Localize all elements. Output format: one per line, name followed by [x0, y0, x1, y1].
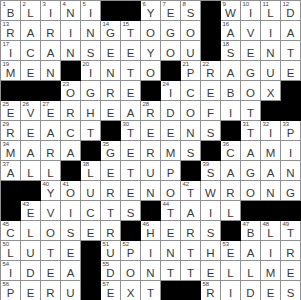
cell-letter: N — [281, 167, 300, 179]
cell-letter: O — [61, 87, 80, 99]
grid-cell-r12c13[interactable]: 47B — [241, 221, 261, 241]
grid-cell-r9c14[interactable]: A — [261, 161, 281, 181]
grid-cell-r3c9[interactable]: O — [161, 41, 181, 61]
grid-cell-r14c3[interactable]: E — [41, 261, 61, 281]
grid-cell-r1c5[interactable]: 5I — [81, 1, 101, 21]
grid-cell-r10c14[interactable]: N — [261, 181, 281, 201]
grid-cell-r7c14[interactable]: 32I — [261, 121, 281, 141]
grid-cell-r6c10[interactable]: O — [181, 101, 201, 121]
cell-letter: E — [121, 147, 140, 159]
grid-cell-r5c12[interactable]: B — [221, 81, 241, 101]
grid-cell-r4c2[interactable]: E — [21, 61, 41, 81]
cell-letter: N — [161, 247, 180, 259]
grid-cell-r1c14[interactable]: 11L — [261, 1, 281, 21]
black-square-r10c1 — [1, 181, 21, 201]
grid-cell-r7c11[interactable]: S — [201, 121, 221, 141]
grid-cell-r10c9[interactable]: O — [161, 181, 181, 201]
grid-cell-r6c9[interactable]: D — [161, 101, 181, 121]
grid-cell-r5c6[interactable]: R — [101, 81, 121, 101]
grid-cell-r9c7[interactable]: T — [121, 161, 141, 181]
grid-cell-r7c4[interactable]: C — [61, 121, 81, 141]
cell-letter: O — [181, 27, 200, 39]
grid-cell-r15c11[interactable]: 58R — [201, 281, 221, 300]
grid-cell-r1c4[interactable]: 4N — [61, 1, 81, 21]
black-square-r14c5 — [81, 261, 101, 281]
grid-cell-r5c5[interactable]: G — [81, 81, 101, 101]
cell-letter: R — [141, 147, 160, 159]
grid-cell-r8c9[interactable]: M — [161, 141, 181, 161]
grid-cell-r10c7[interactable]: E — [121, 181, 141, 201]
grid-cell-r10c12[interactable]: R — [221, 181, 241, 201]
grid-cell-r2c13[interactable]: V — [241, 21, 261, 41]
cell-letter: O — [121, 267, 140, 279]
grid-cell-r11c12[interactable]: L — [221, 201, 241, 221]
grid-cell-r5c4[interactable]: 23O — [61, 81, 81, 101]
grid-cell-r11c6[interactable]: T — [101, 201, 121, 221]
grid-cell-r10c13[interactable]: O — [241, 181, 261, 201]
cell-letter: Y — [41, 187, 60, 199]
grid-cell-r4c5[interactable]: 20I — [81, 61, 101, 81]
grid-cell-r15c7[interactable]: X — [121, 281, 141, 300]
grid-cell-r9c13[interactable]: G — [241, 161, 261, 181]
grid-cell-r8c7[interactable]: E — [121, 141, 141, 161]
grid-cell-r7c5[interactable]: T — [81, 121, 101, 141]
grid-cell-r8c1[interactable]: 34M — [1, 141, 21, 161]
cell-letter: A — [1, 167, 20, 179]
grid-cell-r12c8[interactable]: 46H — [141, 221, 161, 241]
grid-cell-r1c10[interactable]: 8S — [181, 1, 201, 21]
grid-cell-r1c13[interactable]: 10I — [241, 1, 261, 21]
grid-cell-r7c2[interactable]: E — [21, 121, 41, 141]
cell-letter: L — [261, 227, 280, 239]
black-square-r5c8 — [141, 81, 161, 101]
grid-cell-r10c5[interactable]: U — [81, 181, 101, 201]
grid-cell-r8c14[interactable]: M — [261, 141, 281, 161]
grid-cell-r8c10[interactable]: S — [181, 141, 201, 161]
grid-cell-r10c6[interactable]: R — [101, 181, 121, 201]
cell-letter: B — [241, 227, 260, 239]
grid-cell-r5c13[interactable]: O — [241, 81, 261, 101]
grid-cell-r12c14[interactable]: 48L — [261, 221, 281, 241]
cell-letter: S — [201, 227, 220, 239]
cell-letter: E — [221, 247, 240, 259]
cell-letter: E — [41, 267, 60, 279]
black-square-r15c10 — [181, 281, 201, 300]
grid-cell-r7c7[interactable]: 30T — [121, 121, 141, 141]
grid-cell-r13c8[interactable]: I — [141, 241, 161, 261]
grid-cell-r10c8[interactable]: N — [141, 181, 161, 201]
cell-letter: T — [81, 127, 100, 139]
cell-letter: I — [261, 127, 280, 139]
grid-cell-r1c9[interactable]: 7E — [161, 1, 181, 21]
grid-cell-r12c1[interactable]: 45C — [1, 221, 21, 241]
grid-cell-r11c9[interactable]: 44T — [161, 201, 181, 221]
grid-cell-r14c8[interactable]: N — [141, 261, 161, 281]
cell-letter: U — [61, 287, 80, 299]
grid-cell-r2c7[interactable]: 15T — [121, 21, 141, 41]
cell-letter: T — [121, 127, 140, 139]
cell-letter: S — [181, 7, 200, 19]
grid-cell-r13c15[interactable]: R — [281, 241, 301, 261]
grid-cell-r2c2[interactable]: A — [21, 21, 41, 41]
black-square-r8c5 — [81, 141, 101, 161]
grid-cell-r4c10[interactable]: 21P — [181, 61, 201, 81]
black-square-r5c3 — [41, 81, 61, 101]
grid-cell-r13c7[interactable]: 52P — [121, 241, 141, 261]
grid-cell-r15c6[interactable]: 57E — [101, 281, 121, 300]
grid-cell-r12c15[interactable]: 49T — [281, 221, 301, 241]
grid-cell-r13c10[interactable]: T — [181, 241, 201, 261]
grid-cell-r12c6[interactable]: R — [101, 221, 121, 241]
grid-cell-r3c6[interactable]: E — [101, 41, 121, 61]
grid-cell-r14c10[interactable]: T — [181, 261, 201, 281]
cell-letter: N — [61, 47, 80, 59]
grid-cell-r6c2[interactable]: 26V — [21, 101, 41, 121]
grid-cell-r4c12[interactable]: A — [221, 61, 241, 81]
grid-cell-r9c11[interactable]: 39S — [201, 161, 221, 181]
grid-cell-r5c10[interactable]: C — [181, 81, 201, 101]
grid-cell-r14c2[interactable]: D — [21, 261, 41, 281]
grid-cell-r8c4[interactable]: A — [61, 141, 81, 161]
grid-cell-r14c6[interactable]: 55D — [101, 261, 121, 281]
black-square-r12c7 — [121, 221, 141, 241]
grid-cell-r11c2[interactable]: 43E — [21, 201, 41, 221]
cell-letter: E — [201, 87, 220, 99]
grid-cell-r15c13[interactable]: D — [241, 281, 261, 300]
grid-cell-r12c4[interactable]: S — [61, 221, 81, 241]
cell-letter: N — [261, 187, 280, 199]
cell-letter: N — [261, 47, 280, 59]
grid-cell-r2c3[interactable]: R — [41, 21, 61, 41]
grid-cell-r4c11[interactable]: 22R — [201, 61, 221, 81]
grid-cell-r2c6[interactable]: 14G — [101, 21, 121, 41]
cell-letter: U — [81, 187, 100, 199]
cell-letter: G — [81, 87, 100, 99]
black-square-r8c11 — [201, 141, 221, 161]
grid-cell-r12c9[interactable]: E — [161, 221, 181, 241]
grid-cell-r6c1[interactable]: 25E — [1, 101, 21, 121]
cell-letter: T — [281, 47, 300, 59]
grid-cell-r13c13[interactable]: A — [241, 241, 261, 261]
grid-cell-r7c1[interactable]: 29R — [1, 121, 21, 141]
cell-letter: E — [161, 227, 180, 239]
cell-letter: T — [141, 287, 160, 299]
cell-letter: F — [201, 107, 220, 119]
cell-letter: I — [221, 287, 240, 299]
grid-cell-r11c10[interactable]: A — [181, 201, 201, 221]
grid-cell-r1c8[interactable]: 6Y — [141, 1, 161, 21]
grid-cell-r10c11[interactable]: W — [201, 181, 221, 201]
cell-letter: E — [41, 107, 60, 119]
grid-cell-r6c6[interactable]: E — [101, 101, 121, 121]
grid-cell-r13c1[interactable]: 50L — [1, 241, 21, 261]
cell-letter: E — [161, 127, 180, 139]
grid-cell-r14c4[interactable]: A — [61, 261, 81, 281]
grid-cell-r8c8[interactable]: R — [141, 141, 161, 161]
cell-letter: P — [121, 247, 140, 259]
cell-letter: O — [141, 27, 160, 39]
grid-cell-r13c12[interactable]: 53E — [221, 241, 241, 261]
black-square-r5c2 — [21, 81, 41, 101]
grid-cell-r15c1[interactable]: 56P — [1, 281, 21, 300]
cell-letter: T — [121, 27, 140, 39]
grid-cell-r14c14[interactable]: M — [261, 261, 281, 281]
grid-cell-r4c14[interactable]: U — [261, 61, 281, 81]
cell-letter: X — [261, 87, 280, 99]
grid-cell-r12c5[interactable]: E — [81, 221, 101, 241]
cell-letter: E — [241, 47, 260, 59]
cell-letter: A — [21, 27, 40, 39]
grid-cell-r6c7[interactable]: A — [121, 101, 141, 121]
cell-letter: A — [41, 47, 60, 59]
grid-cell-r3c3[interactable]: A — [41, 41, 61, 61]
grid-cell-r15c3[interactable]: R — [41, 281, 61, 300]
cell-letter: I — [281, 147, 300, 159]
cell-letter: Y — [141, 47, 160, 59]
grid-cell-r4c7[interactable]: T — [121, 61, 141, 81]
cell-letter: M — [261, 147, 280, 159]
grid-cell-r14c7[interactable]: O — [121, 261, 141, 281]
cell-letter: R — [41, 147, 60, 159]
grid-cell-r13c4[interactable]: E — [61, 241, 81, 261]
cell-letter: N — [141, 187, 160, 199]
grid-cell-r4c8[interactable]: O — [141, 61, 161, 81]
black-square-r5c15 — [281, 81, 301, 101]
grid-cell-r2c12[interactable]: 16A — [221, 21, 241, 41]
cell-letter: E — [161, 7, 180, 19]
cell-letter: P — [181, 67, 200, 79]
cell-letter: I — [261, 27, 280, 39]
grid-cell-r4c3[interactable]: N — [41, 61, 61, 81]
cell-letter: S — [201, 167, 220, 179]
cell-letter: O — [161, 187, 180, 199]
cell-letter: T — [281, 227, 300, 239]
grid-cell-r4c13[interactable]: G — [241, 61, 261, 81]
grid-cell-r4c15[interactable]: E — [281, 61, 301, 81]
grid-cell-r5c11[interactable]: E — [201, 81, 221, 101]
grid-cell-r11c4[interactable]: I — [61, 201, 81, 221]
grid-cell-r6c11[interactable]: F — [201, 101, 221, 121]
grid-cell-r9c3[interactable]: L — [41, 161, 61, 181]
grid-cell-r14c12[interactable]: L — [221, 261, 241, 281]
grid-cell-r12c11[interactable]: S — [201, 221, 221, 241]
cell-letter: I — [1, 47, 20, 59]
grid-cell-r15c4[interactable]: U — [61, 281, 81, 300]
grid-cell-r3c14[interactable]: N — [261, 41, 281, 61]
grid-cell-r14c1[interactable]: 54I — [1, 261, 21, 281]
grid-cell-r3c10[interactable]: U — [181, 41, 201, 61]
grid-cell-r8c12[interactable]: 36C — [221, 141, 241, 161]
grid-cell-r1c15[interactable]: 12D — [281, 1, 301, 21]
cell-letter: E — [121, 187, 140, 199]
grid-cell-r6c5[interactable]: H — [81, 101, 101, 121]
grid-cell-r6c12[interactable]: I — [221, 101, 241, 121]
black-square-r15c5 — [81, 281, 101, 300]
grid-cell-r1c2[interactable]: 2L — [21, 1, 41, 21]
grid-cell-r13c9[interactable]: N — [161, 241, 181, 261]
cell-letter: N — [41, 67, 60, 79]
grid-cell-r10c3[interactable]: 40Y — [41, 181, 61, 201]
grid-cell-r11c3[interactable]: V — [41, 201, 61, 221]
cell-letter: S — [121, 207, 140, 219]
cell-letter: N — [101, 67, 120, 79]
cell-letter: S — [81, 47, 100, 59]
grid-cell-r8c2[interactable]: A — [21, 141, 41, 161]
grid-cell-r14c13[interactable]: L — [241, 261, 261, 281]
cell-letter: O — [141, 67, 160, 79]
grid-cell-r2c14[interactable]: I — [261, 21, 281, 41]
cell-letter: E — [21, 287, 40, 299]
cell-letter: B — [221, 87, 240, 99]
cell-letter: E — [201, 267, 220, 279]
grid-cell-r4c6[interactable]: N — [101, 61, 121, 81]
grid-cell-r13c2[interactable]: U — [21, 241, 41, 261]
grid-cell-r9c9[interactable]: P — [161, 161, 181, 181]
grid-cell-r9c5[interactable]: 38L — [81, 161, 101, 181]
grid-cell-r13c3[interactable]: T — [41, 241, 61, 261]
black-square-r1c7 — [121, 1, 141, 21]
grid-cell-r8c15[interactable]: I — [281, 141, 301, 161]
grid-cell-r2c1[interactable]: 13R — [1, 21, 21, 41]
grid-cell-r9c12[interactable]: A — [221, 161, 241, 181]
grid-cell-r10c15[interactable]: G — [281, 181, 301, 201]
grid-cell-r3c7[interactable]: E — [121, 41, 141, 61]
grid-cell-r15c12[interactable]: I — [221, 281, 241, 300]
grid-cell-r9c15[interactable]: N — [281, 161, 301, 181]
grid-cell-r7c15[interactable]: 33P — [281, 121, 301, 141]
grid-cell-r13c6[interactable]: 51U — [101, 241, 121, 261]
grid-cell-r7c13[interactable]: 31T — [241, 121, 261, 141]
grid-cell-r13c11[interactable]: H — [201, 241, 221, 261]
cell-letter: A — [261, 167, 280, 179]
grid-cell-r5c9[interactable]: 24I — [161, 81, 181, 101]
cell-letter: G — [101, 147, 120, 159]
grid-cell-r14c9[interactable]: T — [161, 261, 181, 281]
grid-cell-r2c15[interactable]: A — [281, 21, 301, 41]
cell-letter: V — [241, 27, 260, 39]
grid-cell-r9c2[interactable]: L — [21, 161, 41, 181]
black-square-r12c12 — [221, 221, 241, 241]
grid-cell-r9c8[interactable]: U — [141, 161, 161, 181]
cell-letter: S — [281, 287, 300, 299]
cell-letter: T — [181, 187, 200, 199]
grid-cell-r13c14[interactable]: I — [261, 241, 281, 261]
grid-cell-r14c11[interactable]: E — [201, 261, 221, 281]
cell-letter: G — [161, 27, 180, 39]
cell-letter: U — [261, 67, 280, 79]
grid-cell-r12c2[interactable]: L — [21, 221, 41, 241]
grid-cell-r8c3[interactable]: R — [41, 141, 61, 161]
grid-cell-r11c11[interactable]: I — [201, 201, 221, 221]
grid-cell-r3c15[interactable]: T — [281, 41, 301, 61]
grid-cell-r3c2[interactable]: C — [21, 41, 41, 61]
black-square-r2c11 — [201, 21, 221, 41]
grid-cell-r10c4[interactable]: 41O — [61, 181, 81, 201]
grid-cell-r3c4[interactable]: N — [61, 41, 81, 61]
grid-cell-r7c8[interactable]: E — [141, 121, 161, 141]
cell-letter: A — [21, 147, 40, 159]
cell-letter: I — [241, 7, 260, 19]
grid-cell-r12c10[interactable]: R — [181, 221, 201, 241]
cell-letter: L — [241, 267, 260, 279]
grid-cell-r3c13[interactable]: E — [241, 41, 261, 61]
grid-cell-r8c13[interactable]: A — [241, 141, 261, 161]
grid-cell-r1c1[interactable]: 1B — [1, 1, 21, 21]
cell-letter: C — [21, 47, 40, 59]
grid-cell-r15c14[interactable]: E — [261, 281, 281, 300]
grid-cell-r7c10[interactable]: N — [181, 121, 201, 141]
cell-letter: I — [61, 207, 80, 219]
grid-cell-r6c3[interactable]: 27E — [41, 101, 61, 121]
crossword-board: 1B2L3I4N5I6Y7E8S9W10I11L12D13RARIN14G15T… — [0, 0, 301, 300]
grid-cell-r5c7[interactable]: E — [121, 81, 141, 101]
grid-cell-r5c14[interactable]: X — [261, 81, 281, 101]
black-square-r9c10 — [181, 161, 201, 181]
grid-cell-r14c15[interactable]: E — [281, 261, 301, 281]
grid-cell-r2c10[interactable]: O — [181, 21, 201, 41]
grid-cell-r9c1[interactable]: 37A — [1, 161, 21, 181]
grid-cell-r9c6[interactable]: E — [101, 161, 121, 181]
grid-cell-r6c8[interactable]: 28R — [141, 101, 161, 121]
cell-letter: R — [41, 27, 60, 39]
grid-cell-r2c5[interactable]: N — [81, 21, 101, 41]
grid-cell-r11c7[interactable]: S — [121, 201, 141, 221]
grid-cell-r15c2[interactable]: E — [21, 281, 41, 300]
cell-letter: D — [21, 267, 40, 279]
cell-letter: M — [261, 267, 280, 279]
grid-cell-r1c3[interactable]: 3I — [41, 1, 61, 21]
grid-cell-r1c12[interactable]: 9W — [221, 1, 241, 21]
grid-cell-r6c13[interactable]: T — [241, 101, 261, 121]
black-square-r1c6 — [101, 1, 121, 21]
cell-letter: U — [141, 167, 160, 179]
grid-cell-r15c8[interactable]: T — [141, 281, 161, 300]
grid-cell-r11c5[interactable]: C — [81, 201, 101, 221]
grid-cell-r3c8[interactable]: Y — [141, 41, 161, 61]
grid-cell-r15c15[interactable]: S — [281, 281, 301, 300]
black-square-r10c2 — [21, 181, 41, 201]
cell-letter: L — [21, 227, 40, 239]
cell-letter: R — [141, 107, 160, 119]
grid-cell-r7c3[interactable]: A — [41, 121, 61, 141]
grid-cell-r2c4[interactable]: I — [61, 21, 81, 41]
cell-letter: L — [41, 167, 60, 179]
cell-letter: A — [41, 127, 60, 139]
cell-letter: W — [201, 187, 220, 199]
grid-cell-r2c8[interactable]: O — [141, 21, 161, 41]
grid-cell-r12c3[interactable]: O — [41, 221, 61, 241]
cell-letter: T — [101, 207, 120, 219]
grid-cell-r3c1[interactable]: 17I — [1, 41, 21, 61]
cell-letter: A — [221, 27, 240, 39]
cell-letter: L — [21, 7, 40, 19]
cell-letter: E — [281, 267, 300, 279]
grid-cell-r8c6[interactable]: 35G — [101, 141, 121, 161]
cell-letter: I — [261, 247, 280, 259]
grid-cell-r3c12[interactable]: 18S — [221, 41, 241, 61]
cell-letter: L — [1, 247, 20, 259]
black-square-r6c14 — [261, 101, 281, 121]
cell-letter: I — [41, 7, 60, 19]
grid-cell-r3c5[interactable]: S — [81, 41, 101, 61]
grid-cell-r4c1[interactable]: 19M — [1, 61, 21, 81]
cell-letter: T — [241, 127, 260, 139]
grid-cell-r2c9[interactable]: G — [161, 21, 181, 41]
cell-letter: S — [221, 47, 240, 59]
grid-cell-r7c9[interactable]: E — [161, 121, 181, 141]
grid-cell-r6c4[interactable]: R — [61, 101, 81, 121]
grid-cell-r10c10[interactable]: 42T — [181, 181, 201, 201]
